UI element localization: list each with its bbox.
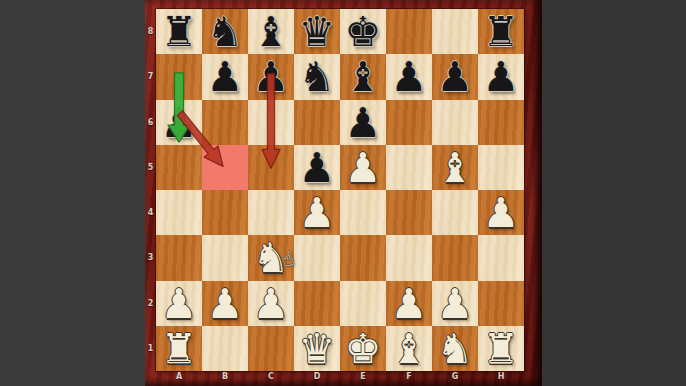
file-label-c: C (248, 370, 294, 383)
square-h6[interactable] (478, 100, 524, 145)
square-d8[interactable]: ♛ (294, 9, 340, 54)
piece-white-pawn-b2[interactable]: ♟ (207, 284, 244, 325)
square-b6[interactable] (202, 100, 248, 145)
square-d5[interactable]: ♟ (294, 145, 340, 190)
piece-black-pawn-d5[interactable]: ♟ (299, 148, 336, 189)
rank-label-3: 3 (145, 235, 156, 280)
square-a2[interactable]: ♟ (156, 281, 202, 326)
square-a6[interactable]: ♟ (156, 100, 202, 145)
file-label-f: F (386, 370, 432, 383)
piece-black-knight-b8[interactable]: ♞ (207, 12, 244, 53)
piece-white-pawn-c2[interactable]: ♟ (253, 284, 290, 325)
piece-black-rook-a8[interactable]: ♜ (161, 12, 198, 53)
file-labels: ABCDEFGH (156, 370, 524, 383)
square-b5[interactable] (202, 145, 248, 190)
square-e1[interactable]: ♚ (340, 326, 386, 371)
square-f2[interactable]: ♟ (386, 281, 432, 326)
piece-black-pawn-e6[interactable]: ♟ (345, 103, 382, 144)
piece-white-king-e1[interactable]: ♚ (345, 329, 382, 370)
square-f7[interactable]: ♟ (386, 54, 432, 99)
piece-black-bishop-e7[interactable]: ♝ (345, 57, 382, 98)
piece-black-bishop-c8[interactable]: ♝ (253, 12, 290, 53)
piece-white-knight-c3[interactable]: ♞ (253, 238, 290, 279)
file-label-a: A (156, 370, 202, 383)
piece-black-queen-d8[interactable]: ♛ (299, 12, 336, 53)
square-g1[interactable]: ♞ (432, 326, 478, 371)
square-c4[interactable] (248, 190, 294, 235)
piece-white-bishop-f1[interactable]: ♝ (391, 329, 428, 370)
left-gray-panel (0, 0, 145, 386)
square-c3[interactable]: ♞ (248, 235, 294, 280)
square-h4[interactable]: ♟ (478, 190, 524, 235)
piece-white-pawn-d4[interactable]: ♟ (299, 193, 336, 234)
square-h5[interactable] (478, 145, 524, 190)
square-f5[interactable] (386, 145, 432, 190)
piece-white-pawn-f2[interactable]: ♟ (391, 284, 428, 325)
piece-white-bishop-g5[interactable]: ♝ (437, 148, 474, 189)
square-f3[interactable] (386, 235, 432, 280)
square-c2[interactable]: ♟ (248, 281, 294, 326)
piece-white-knight-g1[interactable]: ♞ (437, 329, 474, 370)
file-label-h: H (478, 370, 524, 383)
piece-black-pawn-g7[interactable]: ♟ (437, 57, 474, 98)
square-d6[interactable] (294, 100, 340, 145)
square-d3[interactable] (294, 235, 340, 280)
square-e3[interactable] (340, 235, 386, 280)
right-gray-panel (542, 0, 686, 386)
square-h8[interactable]: ♜ (478, 9, 524, 54)
rank-label-4: 4 (145, 190, 156, 235)
square-a4[interactable] (156, 190, 202, 235)
piece-white-pawn-g2[interactable]: ♟ (437, 284, 474, 325)
square-e7[interactable]: ♝ (340, 54, 386, 99)
board-grid: ♜♞♝♛♚♜♟♟♞♝♟♟♟♟♟♟♟♝♟♟♞♟♟♟♟♟♜♛♚♝♞♜ (156, 9, 524, 371)
piece-black-pawn-c7[interactable]: ♟ (253, 57, 290, 98)
square-g4[interactable] (432, 190, 478, 235)
square-h1[interactable]: ♜ (478, 326, 524, 371)
square-b4[interactable] (202, 190, 248, 235)
piece-white-pawn-a2[interactable]: ♟ (161, 284, 198, 325)
square-b3[interactable] (202, 235, 248, 280)
piece-black-pawn-a6[interactable]: ♟ (161, 103, 198, 144)
piece-white-rook-h1[interactable]: ♜ (483, 329, 520, 370)
square-h2[interactable] (478, 281, 524, 326)
square-f1[interactable]: ♝ (386, 326, 432, 371)
file-label-b: B (202, 370, 248, 383)
square-g5[interactable]: ♝ (432, 145, 478, 190)
square-b1[interactable] (202, 326, 248, 371)
rank-label-8: 8 (145, 9, 156, 54)
square-f6[interactable] (386, 100, 432, 145)
square-g3[interactable] (432, 235, 478, 280)
square-a5[interactable] (156, 145, 202, 190)
square-d2[interactable] (294, 281, 340, 326)
piece-black-rook-h8[interactable]: ♜ (483, 12, 520, 53)
square-h7[interactable]: ♟ (478, 54, 524, 99)
square-c6[interactable] (248, 100, 294, 145)
rank-label-5: 5 (145, 145, 156, 190)
square-f8[interactable] (386, 9, 432, 54)
chess-app-window: 87654321 ♜♞♝♛♚♜♟♟♞♝♟♟♟♟♟♟♟♝♟♟♞♟♟♟♟♟♜♛♚♝♞… (0, 0, 686, 386)
square-c1[interactable] (248, 326, 294, 371)
piece-black-pawn-b7[interactable]: ♟ (207, 57, 244, 98)
piece-black-knight-d7[interactable]: ♞ (299, 57, 336, 98)
rank-labels: 87654321 (145, 9, 156, 371)
square-e2[interactable] (340, 281, 386, 326)
square-e5[interactable]: ♟ (340, 145, 386, 190)
square-b8[interactable]: ♞ (202, 9, 248, 54)
square-c7[interactable]: ♟ (248, 54, 294, 99)
square-h3[interactable] (478, 235, 524, 280)
square-c8[interactable]: ♝ (248, 9, 294, 54)
file-label-d: D (294, 370, 340, 383)
square-a3[interactable] (156, 235, 202, 280)
rank-label-2: 2 (145, 281, 156, 326)
piece-white-pawn-h4[interactable]: ♟ (483, 193, 520, 234)
square-d1[interactable]: ♛ (294, 326, 340, 371)
file-label-g: G (432, 370, 478, 383)
square-g6[interactable] (432, 100, 478, 145)
square-e4[interactable] (340, 190, 386, 235)
square-b2[interactable]: ♟ (202, 281, 248, 326)
piece-white-pawn-e5[interactable]: ♟ (345, 148, 382, 189)
square-d7[interactable]: ♞ (294, 54, 340, 99)
rank-label-6: 6 (145, 100, 156, 145)
file-label-e: E (340, 370, 386, 383)
piece-white-rook-a1[interactable]: ♜ (161, 329, 198, 370)
rank-label-1: 1 (145, 326, 156, 371)
piece-black-pawn-h7[interactable]: ♟ (483, 57, 520, 98)
square-c5[interactable] (248, 145, 294, 190)
square-e8[interactable]: ♚ (340, 9, 386, 54)
square-f4[interactable] (386, 190, 432, 235)
board-frame: 87654321 ♜♞♝♛♚♜♟♟♞♝♟♟♟♟♟♟♟♝♟♟♞♟♟♟♟♟♜♛♚♝♞… (145, 0, 542, 386)
square-a1[interactable]: ♜ (156, 326, 202, 371)
square-a7[interactable] (156, 54, 202, 99)
square-g2[interactable]: ♟ (432, 281, 478, 326)
piece-white-queen-d1[interactable]: ♛ (299, 329, 336, 370)
rank-label-7: 7 (145, 54, 156, 99)
square-g7[interactable]: ♟ (432, 54, 478, 99)
square-a8[interactable]: ♜ (156, 9, 202, 54)
square-d4[interactable]: ♟ (294, 190, 340, 235)
square-g8[interactable] (432, 9, 478, 54)
piece-black-pawn-f7[interactable]: ♟ (391, 57, 428, 98)
square-e6[interactable]: ♟ (340, 100, 386, 145)
square-b7[interactable]: ♟ (202, 54, 248, 99)
piece-black-king-e8[interactable]: ♚ (345, 12, 382, 53)
